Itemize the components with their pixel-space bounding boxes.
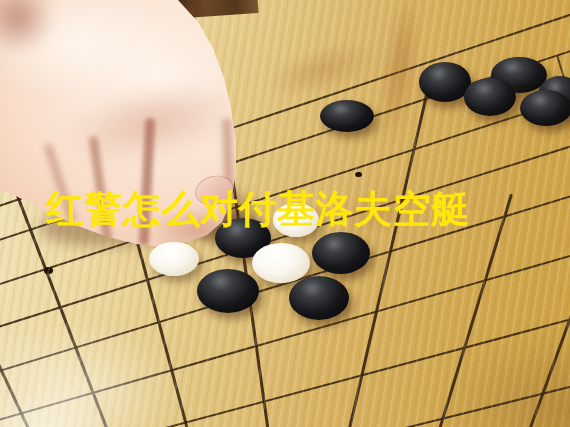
overlay-caption: 红警怎么对付基洛夫空艇 xyxy=(46,190,470,228)
go-board-photo: 红警怎么对付基洛夫空艇 xyxy=(0,0,570,427)
black-stone xyxy=(520,90,570,126)
black-stone xyxy=(320,100,374,132)
white-stone xyxy=(252,243,310,283)
black-stone xyxy=(464,78,516,116)
white-stone xyxy=(149,242,199,276)
black-stone xyxy=(197,269,259,313)
black-stone xyxy=(289,276,349,320)
black-stone xyxy=(312,232,370,274)
